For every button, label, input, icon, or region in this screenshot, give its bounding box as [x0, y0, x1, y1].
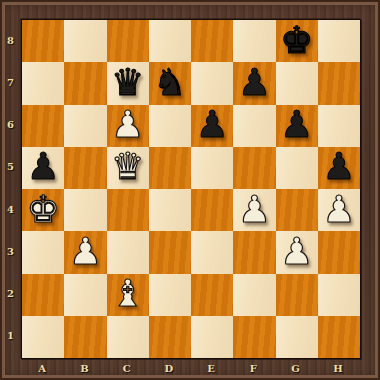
piece-white-bishop-c2[interactable]: ♝ [111, 275, 144, 312]
square-a2[interactable] [22, 274, 64, 316]
square-d4[interactable] [149, 189, 191, 231]
square-f5[interactable] [233, 147, 275, 189]
piece-white-pawn-b3[interactable]: ♟ [69, 233, 102, 270]
square-c8[interactable] [107, 20, 149, 62]
square-c3[interactable] [107, 231, 149, 273]
square-a6[interactable] [22, 105, 64, 147]
square-f8[interactable] [233, 20, 275, 62]
square-g4[interactable] [276, 189, 318, 231]
square-c5[interactable]: ♛ [107, 147, 149, 189]
square-a8[interactable] [22, 20, 64, 62]
piece-white-pawn-h4[interactable]: ♟ [322, 191, 355, 228]
piece-white-king-a4[interactable]: ♚ [27, 191, 60, 228]
square-d8[interactable] [149, 20, 191, 62]
square-c7[interactable]: ♛ [107, 62, 149, 104]
square-e6[interactable]: ♟ [191, 105, 233, 147]
square-e8[interactable] [191, 20, 233, 62]
square-h3[interactable] [318, 231, 360, 273]
piece-black-pawn-a5[interactable]: ♟ [27, 148, 60, 185]
piece-black-pawn-f7[interactable]: ♟ [238, 64, 271, 101]
square-b5[interactable] [64, 147, 106, 189]
square-f2[interactable] [233, 274, 275, 316]
square-c2[interactable]: ♝ [107, 274, 149, 316]
square-f1[interactable] [233, 316, 275, 358]
piece-black-pawn-e6[interactable]: ♟ [196, 106, 229, 143]
square-e4[interactable] [191, 189, 233, 231]
square-d7[interactable]: ♞ [149, 62, 191, 104]
square-f4[interactable]: ♟ [233, 189, 275, 231]
piece-black-knight-d7[interactable]: ♞ [153, 64, 186, 101]
square-g1[interactable] [276, 316, 318, 358]
square-h1[interactable] [318, 316, 360, 358]
piece-white-pawn-c6[interactable]: ♟ [111, 106, 144, 143]
piece-white-pawn-f4[interactable]: ♟ [238, 191, 271, 228]
square-b2[interactable] [64, 274, 106, 316]
square-c1[interactable] [107, 316, 149, 358]
square-e2[interactable] [191, 274, 233, 316]
piece-black-king-g8[interactable]: ♚ [280, 22, 313, 59]
piece-black-pawn-h5[interactable]: ♟ [322, 148, 355, 185]
square-f6[interactable] [233, 105, 275, 147]
square-h2[interactable] [318, 274, 360, 316]
square-c4[interactable] [107, 189, 149, 231]
piece-white-pawn-g3[interactable]: ♟ [280, 233, 313, 270]
square-g8[interactable]: ♚ [276, 20, 318, 62]
square-h7[interactable] [318, 62, 360, 104]
square-g6[interactable]: ♟ [276, 105, 318, 147]
square-g7[interactable] [276, 62, 318, 104]
square-e7[interactable] [191, 62, 233, 104]
square-b3[interactable]: ♟ [64, 231, 106, 273]
square-b4[interactable] [64, 189, 106, 231]
square-f3[interactable] [233, 231, 275, 273]
square-d5[interactable] [149, 147, 191, 189]
square-a3[interactable] [22, 231, 64, 273]
square-d1[interactable] [149, 316, 191, 358]
chess-board: ♚♛♞♟♟♟♟♟♛♟♚♟♟♟♟♝ [21, 19, 361, 359]
square-h5[interactable]: ♟ [318, 147, 360, 189]
square-d2[interactable] [149, 274, 191, 316]
square-h4[interactable]: ♟ [318, 189, 360, 231]
square-g3[interactable]: ♟ [276, 231, 318, 273]
square-h8[interactable] [318, 20, 360, 62]
square-a7[interactable] [22, 62, 64, 104]
square-f7[interactable]: ♟ [233, 62, 275, 104]
square-g2[interactable] [276, 274, 318, 316]
square-a4[interactable]: ♚ [22, 189, 64, 231]
square-d3[interactable] [149, 231, 191, 273]
square-e3[interactable] [191, 231, 233, 273]
square-a1[interactable] [22, 316, 64, 358]
square-g5[interactable] [276, 147, 318, 189]
piece-white-queen-c5[interactable]: ♛ [111, 148, 144, 185]
square-e5[interactable] [191, 147, 233, 189]
square-h6[interactable] [318, 105, 360, 147]
square-e1[interactable] [191, 316, 233, 358]
piece-black-queen-c7[interactable]: ♛ [111, 64, 144, 101]
square-b1[interactable] [64, 316, 106, 358]
square-d6[interactable] [149, 105, 191, 147]
square-b8[interactable] [64, 20, 106, 62]
square-b7[interactable] [64, 62, 106, 104]
square-b6[interactable] [64, 105, 106, 147]
square-a5[interactable]: ♟ [22, 147, 64, 189]
chess-app: ♚♛♞♟♟♟♟♟♛♟♚♟♟♟♟♝ 87654321ABCDEFGH [0, 0, 380, 380]
piece-black-pawn-g6[interactable]: ♟ [280, 106, 313, 143]
square-c6[interactable]: ♟ [107, 105, 149, 147]
